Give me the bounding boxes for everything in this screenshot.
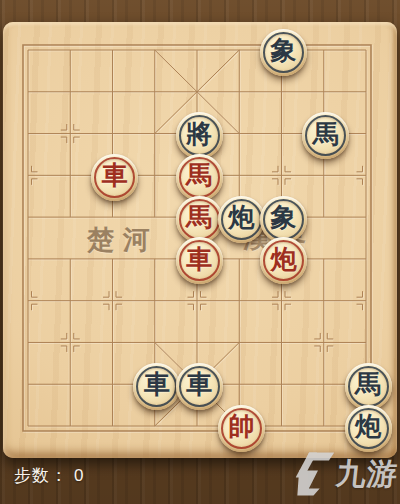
piece-glyph: 炮 [271, 247, 297, 273]
piece-glyph: 車 [144, 372, 170, 398]
piece-glyph: 帥 [228, 414, 254, 440]
game-screen: 楚河 漢界 象將馬車馬馬炮象車炮車車馬帥炮 步数：0 九游 [0, 0, 400, 504]
piece-black-general[interactable]: 將 [176, 112, 223, 159]
piece-black-elephant[interactable]: 象 [260, 196, 307, 243]
piece-glyph: 馬 [186, 205, 212, 231]
jiuyou-watermark: 九游 [293, 446, 400, 502]
piece-glyph: 將 [186, 122, 212, 148]
piece-glyph: 象 [271, 205, 297, 231]
piece-glyph: 馬 [355, 372, 381, 398]
jiuyou-logo-text: 九游 [334, 454, 400, 495]
piece-glyph: 車 [102, 163, 128, 189]
piece-glyph: 炮 [228, 205, 254, 231]
move-counter-value: 0 [74, 466, 84, 485]
piece-glyph: 象 [271, 38, 297, 64]
piece-red-cannon[interactable]: 炮 [260, 237, 307, 284]
jiuyou-logo-icon [293, 450, 334, 498]
piece-black-cannon[interactable]: 炮 [218, 196, 265, 243]
piece-black-cannon[interactable]: 炮 [345, 405, 392, 452]
move-counter: 步数：0 [14, 464, 84, 487]
piece-glyph: 車 [186, 247, 212, 273]
piece-glyph: 馬 [186, 163, 212, 189]
move-counter-label: 步数： [14, 466, 68, 485]
piece-glyph: 車 [186, 372, 212, 398]
xiangqi-board: 楚河 漢界 象將馬車馬馬炮象車炮車車馬帥炮 [3, 22, 397, 458]
piece-red-horse[interactable]: 馬 [176, 196, 223, 243]
piece-black-chariot[interactable]: 車 [176, 363, 223, 410]
piece-red-horse[interactable]: 馬 [176, 154, 223, 201]
piece-glyph: 炮 [355, 414, 381, 440]
piece-red-chariot[interactable]: 車 [91, 154, 138, 201]
piece-glyph: 馬 [313, 122, 339, 148]
piece-red-general[interactable]: 帥 [218, 405, 265, 452]
piece-black-horse[interactable]: 馬 [345, 363, 392, 410]
piece-black-elephant[interactable]: 象 [260, 29, 307, 76]
piece-red-chariot[interactable]: 車 [176, 237, 223, 284]
piece-black-horse[interactable]: 馬 [302, 112, 349, 159]
piece-black-chariot[interactable]: 車 [133, 363, 180, 410]
pieces-layer: 象將馬車馬馬炮象車炮車車馬帥炮 [3, 22, 397, 458]
